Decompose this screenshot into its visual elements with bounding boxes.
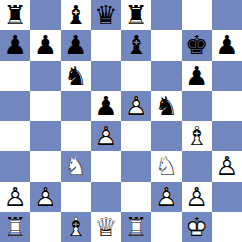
square-a4[interactable]	[0, 121, 30, 151]
square-c3[interactable]: ♞♘	[61, 151, 91, 181]
square-b7[interactable]: ♟	[30, 30, 60, 60]
piece-white-pawn-icon: ♟♙	[34, 184, 57, 210]
piece-black-bishop-icon: ♝	[64, 2, 87, 28]
square-g7[interactable]: ♚	[182, 30, 212, 60]
piece-white-pawn-icon: ♟♙	[3, 184, 26, 210]
square-e3[interactable]	[121, 151, 151, 181]
piece-white-bishop-icon: ♝♗	[185, 123, 208, 149]
piece-white-pawn-icon: ♟♙	[94, 123, 117, 149]
square-h4[interactable]	[212, 121, 242, 151]
piece-black-pawn-icon: ♟	[215, 32, 238, 58]
square-g4[interactable]: ♝♗	[182, 121, 212, 151]
square-h7[interactable]: ♟	[212, 30, 242, 60]
square-d8[interactable]: ♛	[91, 0, 121, 30]
square-d6[interactable]	[91, 61, 121, 91]
square-e1[interactable]: ♜♖	[121, 212, 151, 242]
piece-black-pawn-icon: ♟	[64, 32, 87, 58]
square-b5[interactable]	[30, 91, 60, 121]
square-d5[interactable]: ♟	[91, 91, 121, 121]
square-a2[interactable]: ♟♙	[0, 182, 30, 212]
square-e4[interactable]	[121, 121, 151, 151]
piece-black-bishop-icon: ♝	[124, 32, 147, 58]
piece-outline-layer: ♙	[185, 184, 208, 210]
square-c8[interactable]: ♝	[61, 0, 91, 30]
piece-black-knight-icon: ♞	[155, 93, 178, 119]
square-h5[interactable]	[212, 91, 242, 121]
square-e7[interactable]: ♝	[121, 30, 151, 60]
piece-outline-layer: ♖	[3, 214, 26, 240]
square-a8[interactable]: ♜	[0, 0, 30, 30]
piece-white-pawn-icon: ♟♙	[215, 153, 238, 179]
piece-white-rook-icon: ♜♖	[124, 214, 147, 240]
square-d4[interactable]: ♟♙	[91, 121, 121, 151]
piece-black-king-icon: ♚	[185, 32, 208, 58]
square-g8[interactable]	[182, 0, 212, 30]
square-b6[interactable]	[30, 61, 60, 91]
piece-white-queen-icon: ♛♕	[94, 214, 117, 240]
square-a3[interactable]	[0, 151, 30, 181]
piece-black-pawn-icon: ♟	[94, 93, 117, 119]
square-e8[interactable]: ♜	[121, 0, 151, 30]
square-g6[interactable]: ♟	[182, 61, 212, 91]
square-f1[interactable]	[151, 212, 181, 242]
square-a1[interactable]: ♜♖	[0, 212, 30, 242]
piece-outline-layer: ♗	[64, 214, 87, 240]
square-c1[interactable]: ♝♗	[61, 212, 91, 242]
square-g2[interactable]: ♟♙	[182, 182, 212, 212]
piece-outline-layer: ♗	[185, 123, 208, 149]
square-h1[interactable]	[212, 212, 242, 242]
piece-black-rook-icon: ♜	[124, 2, 147, 28]
square-h2[interactable]	[212, 182, 242, 212]
square-e6[interactable]	[121, 61, 151, 91]
square-d1[interactable]: ♛♕	[91, 212, 121, 242]
piece-white-knight-icon: ♞♘	[64, 153, 87, 179]
square-e5[interactable]: ♟♙	[121, 91, 151, 121]
square-b3[interactable]	[30, 151, 60, 181]
piece-outline-layer: ♘	[64, 153, 87, 179]
piece-white-king-icon: ♚♔	[185, 214, 208, 240]
piece-outline-layer: ♙	[3, 184, 26, 210]
square-d2[interactable]	[91, 182, 121, 212]
piece-outline-layer: ♕	[94, 214, 117, 240]
square-c7[interactable]: ♟	[61, 30, 91, 60]
square-c5[interactable]	[61, 91, 91, 121]
piece-outline-layer: ♙	[215, 153, 238, 179]
square-g3[interactable]	[182, 151, 212, 181]
square-h3[interactable]: ♟♙	[212, 151, 242, 181]
square-b2[interactable]: ♟♙	[30, 182, 60, 212]
square-g5[interactable]	[182, 91, 212, 121]
square-c4[interactable]	[61, 121, 91, 151]
square-d3[interactable]	[91, 151, 121, 181]
square-c6[interactable]: ♞	[61, 61, 91, 91]
piece-white-rook-icon: ♜♖	[3, 214, 26, 240]
square-a7[interactable]: ♟	[0, 30, 30, 60]
square-f7[interactable]	[151, 30, 181, 60]
square-h6[interactable]	[212, 61, 242, 91]
piece-white-bishop-icon: ♝♗	[64, 214, 87, 240]
square-f3[interactable]: ♞♘	[151, 151, 181, 181]
square-b8[interactable]	[30, 0, 60, 30]
square-d7[interactable]	[91, 30, 121, 60]
piece-outline-layer: ♙	[34, 184, 57, 210]
square-f5[interactable]: ♞	[151, 91, 181, 121]
square-c2[interactable]	[61, 182, 91, 212]
piece-black-queen-icon: ♛	[94, 2, 117, 28]
square-a5[interactable]	[0, 91, 30, 121]
square-b4[interactable]	[30, 121, 60, 151]
piece-black-pawn-icon: ♟	[3, 32, 26, 58]
piece-black-pawn-icon: ♟	[34, 32, 57, 58]
piece-white-pawn-icon: ♟♙	[124, 93, 147, 119]
piece-outline-layer: ♔	[185, 214, 208, 240]
square-f4[interactable]	[151, 121, 181, 151]
chess-board: ♜♝♛♜♟♟♟♝♚♟♞♟♟♟♙♞♟♙♝♗♞♘♞♘♟♙♟♙♟♙♟♙♟♙♜♖♝♗♛♕…	[0, 0, 242, 242]
piece-outline-layer: ♙	[124, 93, 147, 119]
piece-outline-layer: ♙	[155, 184, 178, 210]
piece-white-knight-icon: ♞♘	[155, 153, 178, 179]
piece-white-pawn-icon: ♟♙	[185, 184, 208, 210]
piece-black-pawn-icon: ♟	[185, 63, 208, 89]
square-b1[interactable]	[30, 212, 60, 242]
square-f6[interactable]	[151, 61, 181, 91]
square-h8[interactable]	[212, 0, 242, 30]
piece-outline-layer: ♙	[94, 123, 117, 149]
piece-outline-layer: ♘	[155, 153, 178, 179]
piece-black-knight-icon: ♞	[64, 63, 87, 89]
piece-white-pawn-icon: ♟♙	[155, 184, 178, 210]
piece-outline-layer: ♖	[124, 214, 147, 240]
square-g1[interactable]: ♚♔	[182, 212, 212, 242]
square-e2[interactable]	[121, 182, 151, 212]
square-f2[interactable]: ♟♙	[151, 182, 181, 212]
piece-black-rook-icon: ♜	[3, 2, 26, 28]
square-f8[interactable]	[151, 0, 181, 30]
square-a6[interactable]	[0, 61, 30, 91]
